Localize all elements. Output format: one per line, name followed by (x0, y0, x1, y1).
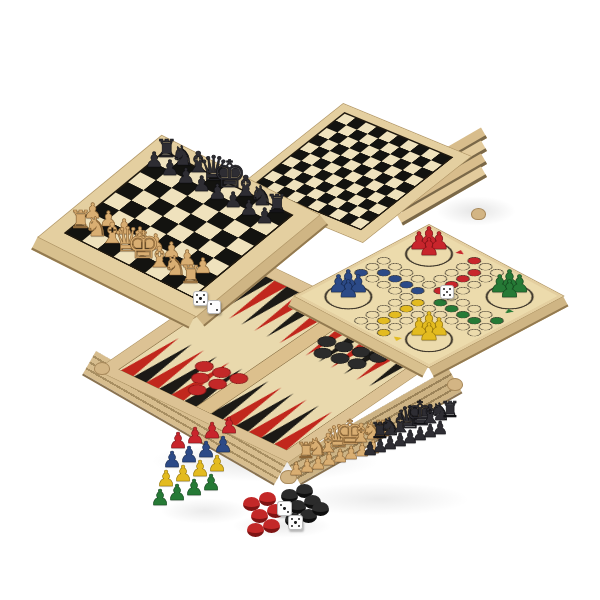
black-loose-checker[interactable] (312, 502, 329, 516)
die-pip (199, 297, 201, 299)
die-pip (291, 518, 293, 520)
die-pip (446, 291, 448, 293)
red-backgammon-checker[interactable] (208, 365, 235, 380)
red-backgammon-checker[interactable] (187, 370, 214, 385)
backgammon-point (185, 366, 249, 407)
die-pip (291, 525, 293, 527)
backgammon-point (236, 390, 300, 431)
box-foot (447, 378, 463, 391)
die-showing-2[interactable] (207, 300, 221, 314)
product-photo-scene: ♜♞♝♛♚♝♞♜♟♟♟♟♟♟♟♟♟♟♟♟♟♟♟♟♜♞♝♛♚♝♞♜ ♟♟♟♟♟♟♟… (0, 0, 600, 600)
die-pip (298, 525, 300, 527)
red-backgammon-checker[interactable] (184, 382, 211, 397)
red-backgammon-checker[interactable] (225, 371, 252, 386)
green-loose-ludo-pawn[interactable]: ♟ (201, 472, 221, 494)
yellow-ludo-pawn[interactable]: ♟ (405, 320, 453, 344)
box-foot (471, 208, 486, 220)
die-pip (216, 309, 218, 311)
die-pip (443, 288, 445, 290)
die-pip (280, 504, 282, 506)
die-pip (196, 301, 198, 303)
die-pip (443, 294, 445, 296)
backgammon-point (249, 397, 313, 438)
white-chess-piece[interactable]: ♜ (167, 262, 215, 287)
die-pip (210, 303, 212, 305)
die-showing-3[interactable] (277, 501, 292, 516)
black-chess-piece[interactable]: ♟ (241, 206, 289, 227)
red-backgammon-checker[interactable] (204, 376, 231, 391)
backgammon-point (172, 360, 236, 401)
die-pip (203, 294, 205, 296)
die-pip (196, 294, 198, 296)
green-ludo-pawn[interactable]: ♟ (486, 277, 534, 301)
red-backgammon-checker[interactable] (191, 359, 218, 374)
red-ludo-pawn[interactable]: ♟ (405, 235, 453, 259)
die-pip (283, 507, 285, 509)
die-showing-5[interactable] (288, 515, 303, 530)
die-pip (449, 294, 451, 296)
box-foot (94, 362, 110, 375)
die-pip (203, 301, 205, 303)
die-showing-5[interactable] (193, 291, 208, 306)
die-pip (287, 511, 289, 513)
red-loose-checker[interactable] (247, 523, 264, 537)
blue-ludo-pawn[interactable]: ♟ (324, 277, 372, 301)
die-pip (294, 521, 296, 523)
black-loose-chess-pawn[interactable]: ♟ (432, 419, 448, 437)
die-pip (449, 288, 451, 290)
die-pip (298, 518, 300, 520)
die-showing-5[interactable] (440, 285, 454, 299)
red-loose-checker[interactable] (263, 519, 280, 533)
